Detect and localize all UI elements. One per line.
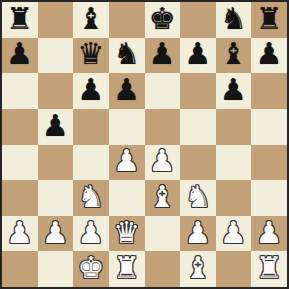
piece-black-pawn[interactable]: ♟: [6, 39, 33, 69]
piece-black-pawn[interactable]: ♟: [184, 39, 211, 69]
piece-white-pawn[interactable]: ♟: [184, 218, 211, 248]
square-e7[interactable]: ♟: [145, 38, 181, 74]
square-d7[interactable]: ♞: [109, 38, 145, 74]
square-h1[interactable]: ♜: [251, 251, 287, 287]
square-a3[interactable]: [2, 180, 38, 216]
square-b5[interactable]: ♟: [38, 109, 74, 145]
piece-white-knight[interactable]: ♞: [184, 182, 211, 212]
square-h7[interactable]: ♟: [251, 38, 287, 74]
square-b2[interactable]: ♟: [38, 216, 74, 252]
square-f6[interactable]: [180, 73, 216, 109]
piece-white-pawn[interactable]: ♟: [6, 218, 33, 248]
square-g8[interactable]: ♞: [216, 2, 252, 38]
square-b8[interactable]: [38, 2, 74, 38]
square-h6[interactable]: [251, 73, 287, 109]
piece-black-king[interactable]: ♚: [149, 4, 176, 34]
square-f7[interactable]: ♟: [180, 38, 216, 74]
piece-white-bishop[interactable]: ♝: [184, 253, 211, 283]
square-d5[interactable]: [109, 109, 145, 145]
square-g6[interactable]: ♟: [216, 73, 252, 109]
piece-white-queen[interactable]: ♛: [113, 218, 140, 248]
square-c8[interactable]: ♝: [73, 2, 109, 38]
square-c5[interactable]: [73, 109, 109, 145]
square-f1[interactable]: ♝: [180, 251, 216, 287]
piece-white-pawn[interactable]: ♟: [78, 218, 105, 248]
piece-white-king[interactable]: ♚: [78, 253, 105, 283]
square-b3[interactable]: [38, 180, 74, 216]
piece-white-knight[interactable]: ♞: [78, 182, 105, 212]
square-f3[interactable]: ♞: [180, 180, 216, 216]
square-e6[interactable]: [145, 73, 181, 109]
square-a6[interactable]: [2, 73, 38, 109]
square-a8[interactable]: ♜: [2, 2, 38, 38]
piece-black-pawn[interactable]: ♟: [42, 111, 69, 141]
piece-black-bishop[interactable]: ♝: [78, 4, 105, 34]
piece-black-pawn[interactable]: ♟: [256, 39, 283, 69]
piece-black-pawn[interactable]: ♟: [220, 75, 247, 105]
piece-black-rook[interactable]: ♜: [256, 4, 283, 34]
square-c6[interactable]: ♟: [73, 73, 109, 109]
square-a2[interactable]: ♟: [2, 216, 38, 252]
square-b7[interactable]: [38, 38, 74, 74]
piece-white-pawn[interactable]: ♟: [42, 218, 69, 248]
square-e5[interactable]: [145, 109, 181, 145]
square-c4[interactable]: [73, 145, 109, 181]
piece-black-queen[interactable]: ♛: [78, 39, 105, 69]
square-f2[interactable]: ♟: [180, 216, 216, 252]
piece-white-pawn[interactable]: ♟: [256, 218, 283, 248]
square-f8[interactable]: [180, 2, 216, 38]
piece-black-bishop[interactable]: ♝: [220, 39, 247, 69]
square-e4[interactable]: ♟: [145, 145, 181, 181]
square-e8[interactable]: ♚: [145, 2, 181, 38]
square-c3[interactable]: ♞: [73, 180, 109, 216]
piece-black-knight[interactable]: ♞: [113, 39, 140, 69]
square-g5[interactable]: [216, 109, 252, 145]
square-e1[interactable]: [145, 251, 181, 287]
square-g3[interactable]: [216, 180, 252, 216]
square-c1[interactable]: ♚: [73, 251, 109, 287]
square-h4[interactable]: [251, 145, 287, 181]
piece-white-rook[interactable]: ♜: [256, 253, 283, 283]
square-a7[interactable]: ♟: [2, 38, 38, 74]
square-h3[interactable]: [251, 180, 287, 216]
square-d1[interactable]: ♜: [109, 251, 145, 287]
chess-board: ♜♝♚♞♜♟♛♞♟♟♝♟♟♟♟♟♟♟♞♝♞♟♟♟♛♟♟♟♚♜♝♜: [0, 0, 289, 289]
square-d6[interactable]: ♟: [109, 73, 145, 109]
square-c7[interactable]: ♛: [73, 38, 109, 74]
square-b1[interactable]: [38, 251, 74, 287]
piece-white-pawn[interactable]: ♟: [149, 146, 176, 176]
piece-black-knight[interactable]: ♞: [220, 4, 247, 34]
square-e3[interactable]: ♝: [145, 180, 181, 216]
square-b4[interactable]: [38, 145, 74, 181]
square-d3[interactable]: [109, 180, 145, 216]
piece-black-pawn[interactable]: ♟: [149, 39, 176, 69]
square-g4[interactable]: [216, 145, 252, 181]
square-c2[interactable]: ♟: [73, 216, 109, 252]
square-a5[interactable]: [2, 109, 38, 145]
square-a1[interactable]: [2, 251, 38, 287]
square-f4[interactable]: [180, 145, 216, 181]
square-b6[interactable]: [38, 73, 74, 109]
square-a4[interactable]: [2, 145, 38, 181]
square-h2[interactable]: ♟: [251, 216, 287, 252]
square-d2[interactable]: ♛: [109, 216, 145, 252]
square-f5[interactable]: [180, 109, 216, 145]
square-g7[interactable]: ♝: [216, 38, 252, 74]
square-h5[interactable]: [251, 109, 287, 145]
piece-white-pawn[interactable]: ♟: [113, 146, 140, 176]
piece-white-pawn[interactable]: ♟: [220, 218, 247, 248]
piece-black-pawn[interactable]: ♟: [78, 75, 105, 105]
square-g1[interactable]: [216, 251, 252, 287]
square-h8[interactable]: ♜: [251, 2, 287, 38]
square-e2[interactable]: [145, 216, 181, 252]
square-d8[interactable]: [109, 2, 145, 38]
square-g2[interactable]: ♟: [216, 216, 252, 252]
piece-white-bishop[interactable]: ♝: [149, 182, 176, 212]
square-d4[interactable]: ♟: [109, 145, 145, 181]
piece-black-rook[interactable]: ♜: [6, 4, 33, 34]
piece-white-rook[interactable]: ♜: [113, 253, 140, 283]
piece-black-pawn[interactable]: ♟: [113, 75, 140, 105]
